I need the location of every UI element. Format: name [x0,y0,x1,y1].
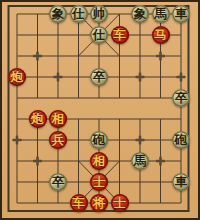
piece-olive-elephant[interactable]: 象 [49,5,67,23]
board-cell: 象 [130,4,151,25]
board-cell: 象 [48,4,69,25]
piece-olive-advisor[interactable]: 仕 [70,5,88,23]
piece-olive-cannon[interactable]: 砲 [90,131,108,149]
piece-olive-general[interactable]: 帅 [90,5,108,23]
piece-red-advisor[interactable]: 士 [111,194,129,212]
piece-red-horse[interactable]: 马 [152,26,170,44]
board-cell: 仕 [68,4,89,25]
piece-olive-horse[interactable]: 馬 [152,5,170,23]
board-cell: 卒 [171,88,192,109]
board-cell: 帅 [89,4,110,25]
board-cell: 砲 [171,130,192,151]
piece-olive-elephant[interactable]: 象 [131,5,149,23]
piece-olive-chariot[interactable]: 車 [172,5,190,23]
piece-olive-advisor[interactable]: 仕 [90,26,108,44]
board-cell: 兵 [48,130,69,151]
piece-olive-chariot[interactable]: 車 [172,173,190,191]
piece-red-general[interactable]: 将 [90,194,108,212]
board-cell: 士 [109,193,130,214]
piece-red-cannon[interactable]: 炮 [29,110,47,128]
piece-olive-horse[interactable]: 馬 [131,152,149,170]
piece-red-elephant[interactable]: 相 [49,110,67,128]
board-cell: 车 [68,193,89,214]
board-cell: 砲 [89,130,110,151]
piece-red-elephant[interactable]: 相 [90,152,108,170]
board-cell: 相 [89,151,110,172]
board-cell: 车 [109,25,130,46]
piece-red-soldier[interactable]: 兵 [49,131,67,149]
board-cell: 車 [171,172,192,193]
piece-red-advisor[interactable]: 士 [90,173,108,191]
board-cell: 車 [171,4,192,25]
piece-grid: 象仕帅象馬車仕车马炮卒卒炮相兵砲砲相馬卒士車车将士 [7,4,192,214]
board-cell: 炮 [27,109,48,130]
board-cell: 将 [89,193,110,214]
board-cell: 卒 [89,67,110,88]
board-cell: 馬 [130,151,151,172]
piece-red-chariot[interactable]: 车 [70,194,88,212]
piece-olive-cannon[interactable]: 砲 [172,131,190,149]
board-cell: 炮 [7,67,28,88]
piece-olive-soldier[interactable]: 卒 [49,173,67,191]
board-cell: 士 [89,172,110,193]
board-cell: 马 [150,25,171,46]
board-cell: 仕 [89,25,110,46]
board-cell: 卒 [48,172,69,193]
piece-red-chariot[interactable]: 车 [111,26,129,44]
xiangqi-board: 象仕帅象馬車仕车马炮卒卒炮相兵砲砲相馬卒士車车将士 [0,0,200,220]
board-cell: 馬 [150,4,171,25]
piece-olive-soldier[interactable]: 卒 [172,89,190,107]
piece-red-cannon[interactable]: 炮 [8,68,26,86]
piece-olive-soldier[interactable]: 卒 [90,68,108,86]
board-cell: 相 [48,109,69,130]
